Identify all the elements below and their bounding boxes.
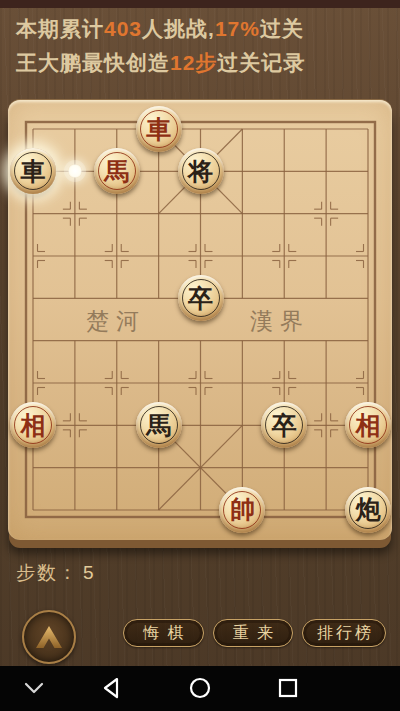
chevron-up-icon bbox=[34, 624, 64, 650]
piece-red-rook[interactable]: 車 bbox=[136, 106, 182, 152]
piece-black-cannon[interactable]: 炮 bbox=[345, 487, 391, 533]
piece-red-elephant-1[interactable]: 相 bbox=[10, 402, 56, 448]
banner-line-2: 王大鹏最快创造12步过关记录 bbox=[16, 49, 305, 77]
piece-character: 将 bbox=[188, 159, 213, 184]
piece-character: 卒 bbox=[272, 413, 297, 438]
banner-highlight-percent: 17% bbox=[215, 17, 260, 40]
banner-text: 王大鹏最快创造 bbox=[16, 51, 170, 74]
piece-character: 車 bbox=[146, 117, 171, 142]
banner-text: 本期累计 bbox=[16, 17, 104, 40]
banner-highlight-steps: 12步 bbox=[170, 51, 217, 74]
piece-black-rook[interactable]: 車 bbox=[10, 148, 56, 194]
piece-character: 車 bbox=[21, 159, 46, 184]
home-icon[interactable] bbox=[189, 677, 211, 699]
chevron-down-icon[interactable] bbox=[24, 682, 44, 694]
step-counter-value: 5 bbox=[83, 562, 96, 583]
banner-highlight-count: 403 bbox=[104, 17, 142, 40]
piece-character: 相 bbox=[356, 413, 381, 438]
piece-character: 卒 bbox=[188, 286, 213, 311]
banner-line-1: 本期累计403人挑战,17%过关 bbox=[16, 15, 304, 43]
piece-character: 相 bbox=[21, 413, 46, 438]
piece-black-horse[interactable]: 馬 bbox=[136, 402, 182, 448]
banner-text: 过关记录 bbox=[217, 51, 305, 74]
step-counter: 步数：5 bbox=[16, 560, 96, 586]
expand-panel-button[interactable] bbox=[22, 610, 76, 664]
piece-character: 馬 bbox=[146, 413, 171, 438]
xiangqi-board[interactable]: 楚河 漢界 車車馬将卒相馬卒相帥炮 bbox=[8, 100, 392, 540]
step-counter-label: 步数： bbox=[16, 562, 79, 583]
xiangqi-app-screen: { "game": "xiangqi", "banner": { "line1_… bbox=[0, 0, 400, 711]
piece-red-horse[interactable]: 馬 bbox=[94, 148, 140, 194]
piece-black-general[interactable]: 将 bbox=[178, 148, 224, 194]
river-label-left: 楚河 bbox=[86, 306, 146, 337]
piece-character: 馬 bbox=[104, 159, 129, 184]
river-label-right: 漢界 bbox=[250, 306, 310, 337]
leaderboard-button[interactable]: 排行榜 bbox=[302, 619, 386, 647]
piece-black-pawn-1[interactable]: 卒 bbox=[178, 275, 224, 321]
restart-button[interactable]: 重来 bbox=[213, 619, 293, 647]
banner-text: 过关 bbox=[260, 17, 304, 40]
back-icon[interactable] bbox=[102, 677, 120, 699]
android-navbar bbox=[0, 666, 400, 711]
piece-character: 炮 bbox=[356, 497, 381, 522]
top-accent-strip bbox=[0, 0, 400, 8]
piece-red-elephant-2[interactable]: 相 bbox=[345, 402, 391, 448]
banner-text: 人挑战, bbox=[142, 17, 215, 40]
undo-button[interactable]: 悔棋 bbox=[123, 619, 204, 647]
recents-icon[interactable] bbox=[278, 678, 298, 698]
piece-character: 帥 bbox=[230, 497, 255, 522]
